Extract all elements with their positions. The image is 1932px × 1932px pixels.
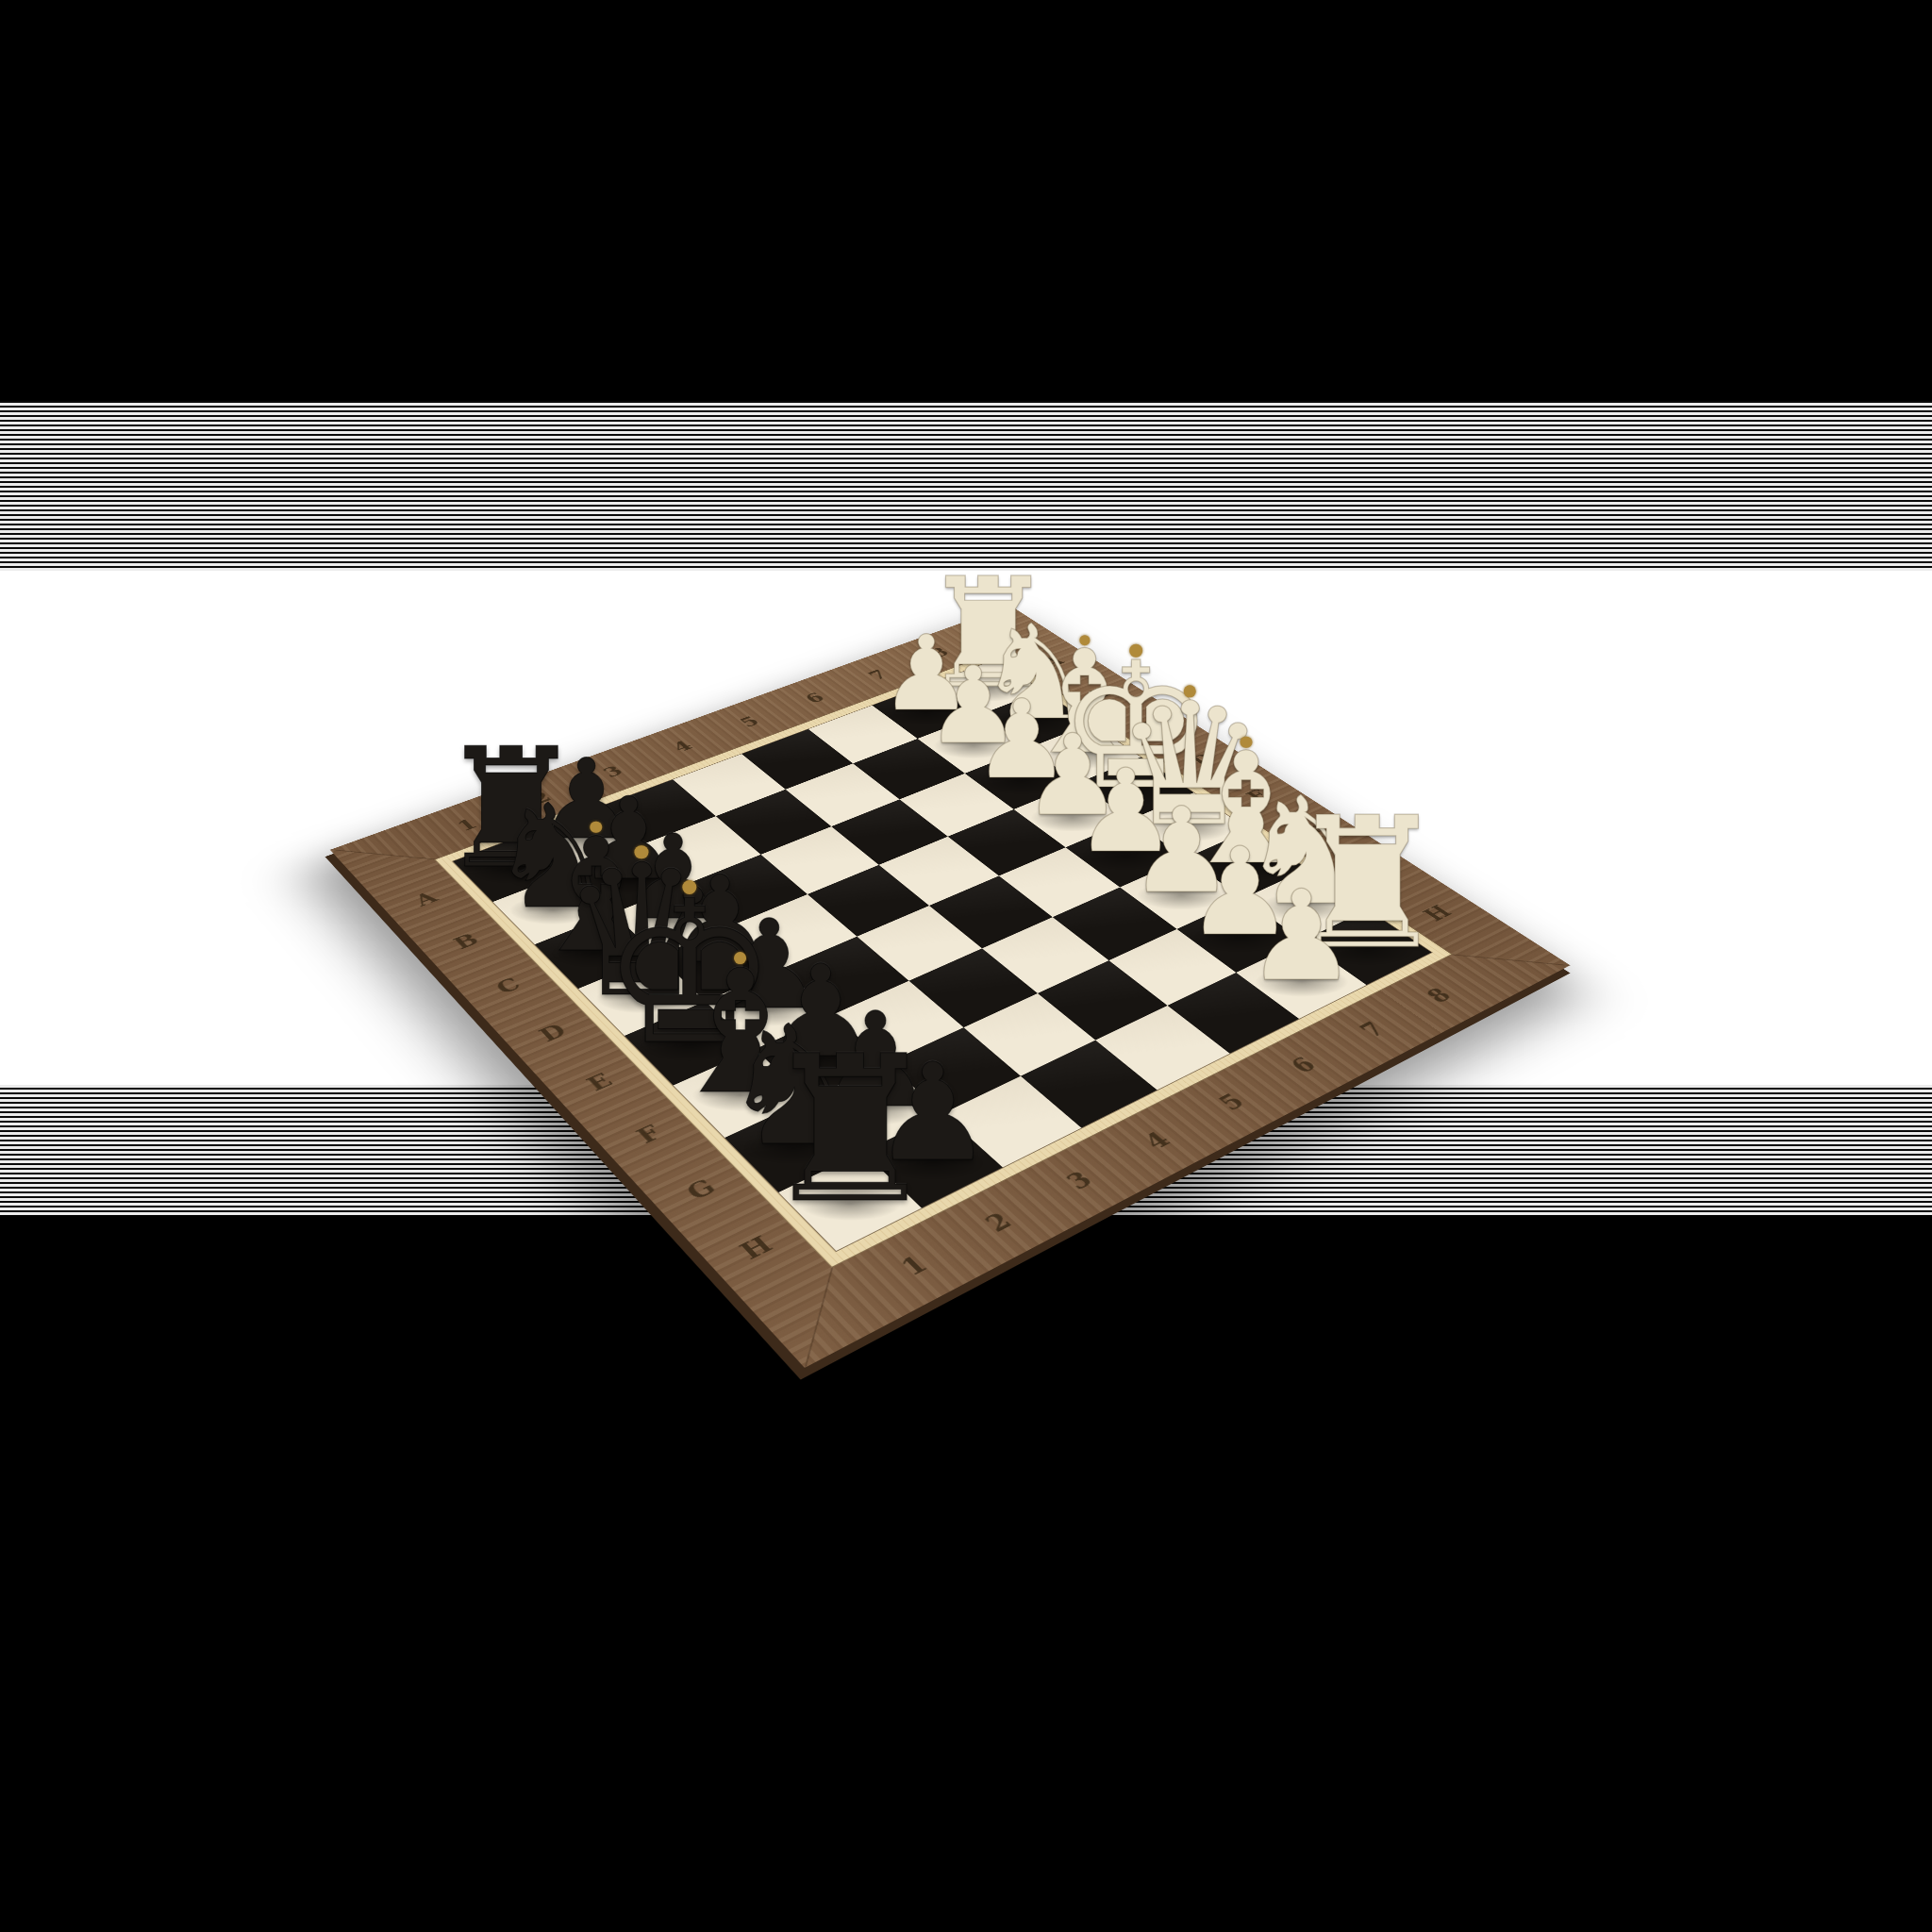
rank-label-left: 4 — [669, 738, 696, 754]
file-label-bottom: C — [491, 974, 525, 997]
file-label-top: F — [1298, 824, 1330, 842]
rank-label-right: 7 — [1355, 1018, 1391, 1041]
product-photo-stage: 88AA77BB66CC55DD44EE33FF22GG11HH ♜♞♝♚♛♝♞… — [0, 0, 1932, 1932]
rank-label-left: 8 — [926, 645, 954, 659]
rank-label-left: 5 — [737, 713, 764, 729]
rank-label-right: 8 — [1422, 984, 1457, 1007]
file-label-bottom: B — [449, 930, 483, 953]
file-label-top: C — [1136, 717, 1167, 734]
file-label-bottom: F — [631, 1121, 666, 1146]
frame-miter-joint — [805, 1251, 838, 1368]
file-label-bottom: H — [734, 1231, 777, 1263]
rank-label-left: 1 — [454, 816, 482, 834]
file-label-bottom: D — [534, 1020, 570, 1044]
rank-label-left: 2 — [527, 789, 556, 807]
file-label-top: E — [1241, 786, 1274, 804]
file-label-bottom: A — [410, 889, 441, 909]
backdrop-stripe-band-top — [0, 401, 1932, 571]
rank-label-right: 4 — [1139, 1127, 1175, 1153]
rank-label-right: 6 — [1286, 1053, 1323, 1076]
file-label-top: D — [1187, 751, 1220, 769]
rank-label-left: 3 — [600, 763, 627, 780]
rank-label-left: 7 — [865, 667, 892, 682]
rank-label-right: 2 — [980, 1207, 1018, 1236]
file-label-top: A — [1039, 654, 1068, 669]
file-label-bottom: G — [681, 1174, 721, 1204]
rank-label-right: 3 — [1061, 1167, 1099, 1194]
file-label-top: H — [1418, 902, 1457, 924]
rank-label-right: 1 — [895, 1251, 933, 1280]
file-label-top: B — [1086, 685, 1117, 701]
file-label-top: G — [1357, 861, 1392, 882]
frame-miter-joint — [1431, 953, 1570, 966]
rank-label-left: 6 — [802, 690, 829, 705]
file-label-bottom: E — [582, 1069, 617, 1094]
rank-label-right: 5 — [1214, 1090, 1251, 1114]
